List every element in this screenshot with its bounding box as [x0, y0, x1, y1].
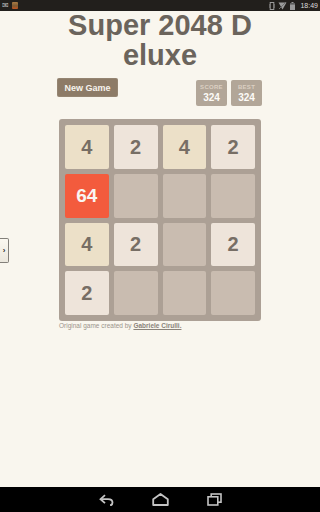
app-screen: ✉ 18:49 Super 2048 D eluxe New — [0, 0, 320, 512]
cell-empty-r4c2 — [114, 271, 158, 315]
cell-empty-r2c3 — [163, 174, 207, 218]
game-board[interactable]: 4242644222 — [59, 119, 261, 321]
new-game-button[interactable]: New Game — [57, 78, 118, 97]
tile-2-r1c4: 2 — [211, 125, 255, 169]
tile-4-r3c1: 4 — [65, 223, 109, 267]
score-box: SCORE 324 — [196, 80, 227, 106]
cell-empty-r2c4 — [211, 174, 255, 218]
best-label: BEST — [238, 84, 255, 90]
recents-button[interactable] — [206, 492, 223, 507]
best-value: 324 — [238, 93, 255, 103]
home-icon — [152, 493, 169, 506]
chevron-right-icon: › — [3, 247, 6, 255]
page-title: Super 2048 D eluxe — [40, 10, 280, 70]
message-icon: ✉ — [2, 2, 9, 10]
credit-prefix: Original game created by — [59, 322, 133, 329]
tile-2-r3c2: 2 — [114, 223, 158, 267]
wifi-icon — [278, 2, 287, 10]
clock-text: 18:49 — [300, 2, 318, 9]
credit-text: Original game created by Gabriele Cirull… — [59, 322, 261, 330]
cell-empty-r4c4 — [211, 271, 255, 315]
battery-icon — [290, 2, 295, 10]
status-bar-left: ✉ — [2, 2, 18, 10]
recents-icon — [207, 493, 222, 506]
notification-app-icon — [12, 2, 18, 9]
credit-link[interactable]: Gabriele Cirulli. — [133, 322, 181, 329]
cell-empty-r4c3 — [163, 271, 207, 315]
tile-2-r1c2: 2 — [114, 125, 158, 169]
score-value: 324 — [203, 93, 220, 103]
back-button[interactable] — [98, 492, 115, 507]
tile-4-r1c1: 4 — [65, 125, 109, 169]
cell-empty-r3c3 — [163, 223, 207, 267]
home-button[interactable] — [152, 492, 169, 507]
vibrate-icon — [269, 2, 275, 10]
tile-2-r4c1: 2 — [65, 271, 109, 315]
navigation-bar — [0, 487, 320, 512]
page-title-line-2: eluxe — [40, 40, 280, 70]
status-bar-right: 18:49 — [269, 2, 318, 10]
page-title-line-1: Super 2048 D — [40, 10, 280, 40]
tile-2-r3c4: 2 — [211, 223, 255, 267]
cell-empty-r2c2 — [114, 174, 158, 218]
drawer-handle[interactable]: › — [0, 238, 9, 263]
back-icon — [98, 494, 114, 506]
score-label: SCORE — [200, 84, 223, 90]
best-box: BEST 324 — [231, 80, 262, 106]
tile-4-r1c3: 4 — [163, 125, 207, 169]
tile-64-r2c1: 64 — [65, 174, 109, 218]
